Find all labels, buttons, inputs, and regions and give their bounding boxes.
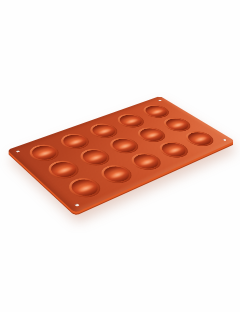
product-photo [0,0,240,312]
mold-cavity [63,175,107,202]
mold-cavity [154,139,194,161]
mold-plate [7,96,235,213]
mold-cavity [95,162,137,187]
silicone-mold [0,0,240,312]
mold-cavity [126,150,167,173]
mounting-hole [222,138,227,141]
mounting-hole [15,150,20,153]
mold-cavity [180,129,219,150]
mounting-hole [74,203,80,207]
mounting-hole [158,99,162,101]
